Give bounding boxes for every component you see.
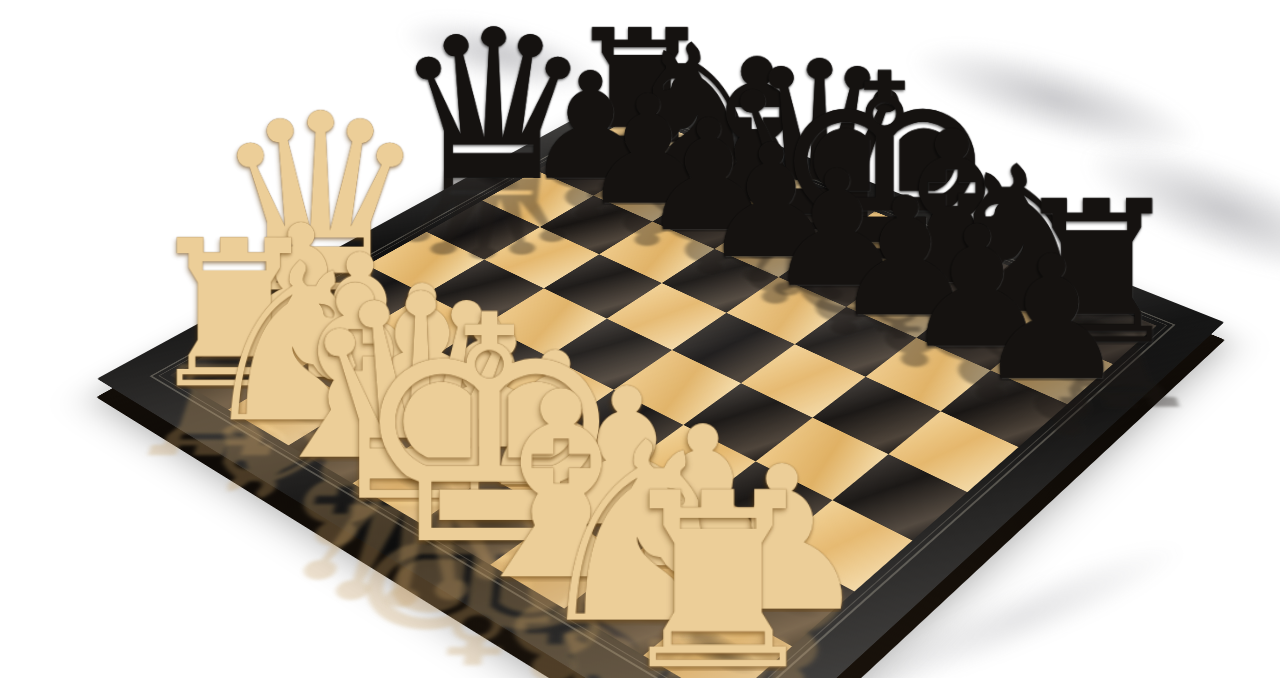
white-rook-icon: ♜ xyxy=(475,461,961,678)
chess-set-scene: ♜♜♞♞♝♝♛♛♚♚♝♝♞♞♜♜♟♟♟♟♟♟♟♟♟♟♟♟♟♟♟♟♛♛♛♛♟♟♟♟… xyxy=(0,0,1280,678)
